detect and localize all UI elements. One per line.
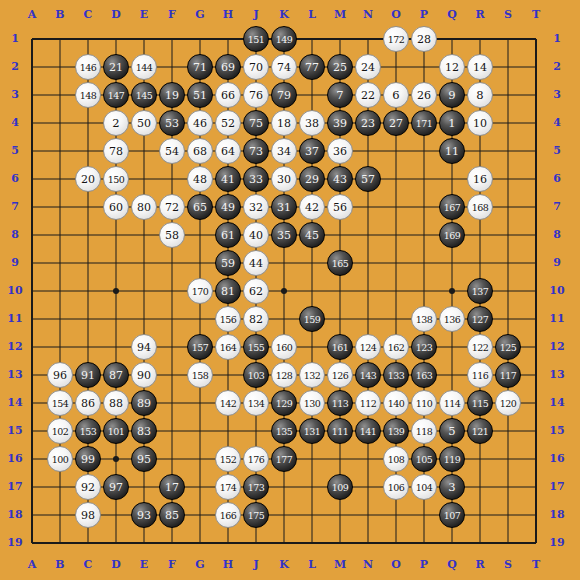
stone-H4-move-52: 52 (215, 110, 241, 136)
stone-C17-move-92: 92 (75, 474, 101, 500)
stone-M7-move-56: 56 (327, 194, 353, 220)
stone-F3-move-19: 19 (159, 82, 185, 108)
stone-K1-move-149: 149 (271, 26, 297, 52)
stone-N4-move-23: 23 (355, 110, 381, 136)
stone-J13-move-103: 103 (243, 362, 269, 388)
col-label-top-M: M (326, 8, 354, 22)
stone-P12-move-123: 123 (411, 334, 437, 360)
stone-N3-move-22: 22 (355, 82, 381, 108)
stone-H2-move-69: 69 (215, 54, 241, 80)
stone-H9-move-59: 59 (215, 250, 241, 276)
stone-J16-move-176: 176 (243, 446, 269, 472)
stone-E13-move-90: 90 (131, 362, 157, 388)
stone-J3-move-76: 76 (243, 82, 269, 108)
stone-F17-move-17: 17 (159, 474, 185, 500)
stone-P13-move-163: 163 (411, 362, 437, 388)
stone-E16-move-95: 95 (131, 446, 157, 472)
stone-D3-move-147: 147 (103, 82, 129, 108)
row-label-left-10: 10 (2, 284, 28, 298)
stone-O15-move-139: 139 (383, 418, 409, 444)
col-label-top-D: D (102, 8, 130, 22)
stone-N2-move-24: 24 (355, 54, 381, 80)
stone-E4-move-50: 50 (131, 110, 157, 136)
stone-J12-move-155: 155 (243, 334, 269, 360)
stone-O13-move-133: 133 (383, 362, 409, 388)
row-label-left-8: 8 (2, 228, 28, 242)
stone-L7-move-42: 42 (299, 194, 325, 220)
stone-J1-move-151: 151 (243, 26, 269, 52)
stone-N14-move-112: 112 (355, 390, 381, 416)
row-label-left-12: 12 (2, 340, 28, 354)
stone-N15-move-141: 141 (355, 418, 381, 444)
stone-O12-move-162: 162 (383, 334, 409, 360)
stone-Q8-move-169: 169 (439, 222, 465, 248)
stone-Q14-move-114: 114 (439, 390, 465, 416)
stone-O4-move-27: 27 (383, 110, 409, 136)
stone-B14-move-154: 154 (47, 390, 73, 416)
col-label-bottom-S: S (494, 558, 522, 572)
row-label-right-15: 15 (544, 424, 570, 438)
stone-R7-move-168: 168 (467, 194, 493, 220)
stone-R15-move-121: 121 (467, 418, 493, 444)
stone-L11-move-159: 159 (299, 306, 325, 332)
stone-J18-move-175: 175 (243, 502, 269, 528)
row-label-left-19: 19 (2, 536, 28, 550)
stone-J17-move-173: 173 (243, 474, 269, 500)
col-label-top-A: A (18, 8, 46, 22)
stone-H11-move-156: 156 (215, 306, 241, 332)
stone-P1-move-28: 28 (411, 26, 437, 52)
row-label-right-19: 19 (544, 536, 570, 550)
col-label-top-K: K (270, 8, 298, 22)
stone-R12-move-122: 122 (467, 334, 493, 360)
stone-Q18-move-107: 107 (439, 502, 465, 528)
stone-C14-move-86: 86 (75, 390, 101, 416)
col-label-bottom-E: E (130, 558, 158, 572)
stone-O3-move-6: 6 (383, 82, 409, 108)
stone-D17-move-97: 97 (103, 474, 129, 500)
stone-R10-move-137: 137 (467, 278, 493, 304)
stone-P11-move-138: 138 (411, 306, 437, 332)
stone-D13-move-87: 87 (103, 362, 129, 388)
stone-F5-move-54: 54 (159, 138, 185, 164)
col-label-bottom-O: O (382, 558, 410, 572)
col-label-top-S: S (494, 8, 522, 22)
col-label-bottom-R: R (466, 558, 494, 572)
stone-C13-move-91: 91 (75, 362, 101, 388)
stone-J5-move-73: 73 (243, 138, 269, 164)
stone-F4-move-53: 53 (159, 110, 185, 136)
stone-E18-move-93: 93 (131, 502, 157, 528)
stone-C16-move-99: 99 (75, 446, 101, 472)
stone-P15-move-118: 118 (411, 418, 437, 444)
stone-G2-move-71: 71 (187, 54, 213, 80)
stone-L13-move-132: 132 (299, 362, 325, 388)
stone-L6-move-29: 29 (299, 166, 325, 192)
stone-F7-move-72: 72 (159, 194, 185, 220)
stone-R14-move-115: 115 (467, 390, 493, 416)
stone-D14-move-88: 88 (103, 390, 129, 416)
col-label-bottom-P: P (410, 558, 438, 572)
col-label-top-B: B (46, 8, 74, 22)
stone-L14-move-130: 130 (299, 390, 325, 416)
col-label-top-R: R (466, 8, 494, 22)
col-label-bottom-F: F (158, 558, 186, 572)
row-label-right-16: 16 (544, 452, 570, 466)
row-label-right-4: 4 (544, 116, 570, 130)
row-label-right-12: 12 (544, 340, 570, 354)
row-label-left-1: 1 (2, 32, 28, 46)
stone-R3-move-8: 8 (467, 82, 493, 108)
stone-D5-move-78: 78 (103, 138, 129, 164)
stone-M15-move-111: 111 (327, 418, 353, 444)
stone-L4-move-38: 38 (299, 110, 325, 136)
go-board-diagram: ABCDEFGHJKLMNOPQRST ABCDEFGHJKLMNOPQRST … (0, 0, 580, 580)
stone-M2-move-25: 25 (327, 54, 353, 80)
row-label-right-1: 1 (544, 32, 570, 46)
stone-S14-move-120: 120 (495, 390, 521, 416)
stone-H8-move-61: 61 (215, 222, 241, 248)
row-label-left-16: 16 (2, 452, 28, 466)
stone-R11-move-127: 127 (467, 306, 493, 332)
row-label-right-8: 8 (544, 228, 570, 242)
col-label-bottom-M: M (326, 558, 354, 572)
stone-Q16-move-119: 119 (439, 446, 465, 472)
stone-K3-move-79: 79 (271, 82, 297, 108)
stone-M14-move-113: 113 (327, 390, 353, 416)
col-label-top-G: G (186, 8, 214, 22)
stone-O16-move-108: 108 (383, 446, 409, 472)
stone-K8-move-35: 35 (271, 222, 297, 248)
stone-D4-move-2: 2 (103, 110, 129, 136)
col-label-top-H: H (214, 8, 242, 22)
row-label-left-11: 11 (2, 312, 28, 326)
stone-E7-move-80: 80 (131, 194, 157, 220)
stone-K6-move-30: 30 (271, 166, 297, 192)
stone-M5-move-36: 36 (327, 138, 353, 164)
stone-K12-move-160: 160 (271, 334, 297, 360)
col-label-top-C: C (74, 8, 102, 22)
stone-H6-move-41: 41 (215, 166, 241, 192)
stone-O1-move-172: 172 (383, 26, 409, 52)
row-label-left-18: 18 (2, 508, 28, 522)
stone-J4-move-75: 75 (243, 110, 269, 136)
stone-G4-move-46: 46 (187, 110, 213, 136)
row-label-right-18: 18 (544, 508, 570, 522)
col-label-top-F: F (158, 8, 186, 22)
stone-Q3-move-9: 9 (439, 82, 465, 108)
stone-J11-move-82: 82 (243, 306, 269, 332)
col-label-top-J: J (242, 8, 270, 22)
stone-N6-move-57: 57 (355, 166, 381, 192)
stone-K15-move-135: 135 (271, 418, 297, 444)
stone-S12-move-125: 125 (495, 334, 521, 360)
stone-H16-move-152: 152 (215, 446, 241, 472)
stone-M6-move-43: 43 (327, 166, 353, 192)
col-label-top-O: O (382, 8, 410, 22)
row-label-left-6: 6 (2, 172, 28, 186)
stone-H7-move-49: 49 (215, 194, 241, 220)
stone-N13-move-143: 143 (355, 362, 381, 388)
stone-G12-move-157: 157 (187, 334, 213, 360)
stone-H5-move-64: 64 (215, 138, 241, 164)
col-label-top-N: N (354, 8, 382, 22)
stone-Q11-move-136: 136 (439, 306, 465, 332)
row-label-right-5: 5 (544, 144, 570, 158)
stone-L5-move-37: 37 (299, 138, 325, 164)
stone-E14-move-89: 89 (131, 390, 157, 416)
row-label-right-10: 10 (544, 284, 570, 298)
stone-P17-move-104: 104 (411, 474, 437, 500)
stone-M12-move-161: 161 (327, 334, 353, 360)
stone-M17-move-109: 109 (327, 474, 353, 500)
row-label-right-11: 11 (544, 312, 570, 326)
stone-C3-move-148: 148 (75, 82, 101, 108)
stone-G7-move-65: 65 (187, 194, 213, 220)
stone-C15-move-153: 153 (75, 418, 101, 444)
col-label-bottom-T: T (522, 558, 550, 572)
stone-Q15-move-5: 5 (439, 418, 465, 444)
stone-Q4-move-1: 1 (439, 110, 465, 136)
stone-L15-move-131: 131 (299, 418, 325, 444)
stone-D15-move-101: 101 (103, 418, 129, 444)
stone-J2-move-70: 70 (243, 54, 269, 80)
col-label-bottom-G: G (186, 558, 214, 572)
stone-Q7-move-167: 167 (439, 194, 465, 220)
row-label-left-2: 2 (2, 60, 28, 74)
col-label-bottom-L: L (298, 558, 326, 572)
stone-L2-move-77: 77 (299, 54, 325, 80)
row-label-left-9: 9 (2, 256, 28, 270)
col-label-bottom-J: J (242, 558, 270, 572)
col-label-bottom-Q: Q (438, 558, 466, 572)
col-label-top-Q: Q (438, 8, 466, 22)
stone-J14-move-134: 134 (243, 390, 269, 416)
stone-H18-move-166: 166 (215, 502, 241, 528)
col-label-top-E: E (130, 8, 158, 22)
col-label-bottom-N: N (354, 558, 382, 572)
stone-P4-move-171: 171 (411, 110, 437, 136)
row-label-left-4: 4 (2, 116, 28, 130)
stone-C2-move-146: 146 (75, 54, 101, 80)
col-label-bottom-C: C (74, 558, 102, 572)
stone-M4-move-39: 39 (327, 110, 353, 136)
stone-R2-move-14: 14 (467, 54, 493, 80)
stone-J7-move-32: 32 (243, 194, 269, 220)
stone-J9-move-44: 44 (243, 250, 269, 276)
stone-Q17-move-3: 3 (439, 474, 465, 500)
stone-H10-move-81: 81 (215, 278, 241, 304)
stone-R13-move-116: 116 (467, 362, 493, 388)
stone-D7-move-60: 60 (103, 194, 129, 220)
stone-Q2-move-12: 12 (439, 54, 465, 80)
stone-M13-move-126: 126 (327, 362, 353, 388)
stone-K4-move-18: 18 (271, 110, 297, 136)
stone-L8-move-45: 45 (299, 222, 325, 248)
row-label-right-6: 6 (544, 172, 570, 186)
stone-P16-move-105: 105 (411, 446, 437, 472)
stone-G5-move-68: 68 (187, 138, 213, 164)
stone-J10-move-62: 62 (243, 278, 269, 304)
stone-E12-move-94: 94 (131, 334, 157, 360)
stone-C6-move-20: 20 (75, 166, 101, 192)
stone-B16-move-100: 100 (47, 446, 73, 472)
row-label-left-17: 17 (2, 480, 28, 494)
stone-M3-move-7: 7 (327, 82, 353, 108)
row-label-right-13: 13 (544, 368, 570, 382)
stone-P3-move-26: 26 (411, 82, 437, 108)
stone-S13-move-117: 117 (495, 362, 521, 388)
row-label-left-3: 3 (2, 88, 28, 102)
col-label-bottom-A: A (18, 558, 46, 572)
stone-Q5-move-11: 11 (439, 138, 465, 164)
stone-G13-move-158: 158 (187, 362, 213, 388)
col-label-bottom-D: D (102, 558, 130, 572)
row-label-left-14: 14 (2, 396, 28, 410)
row-label-right-3: 3 (544, 88, 570, 102)
stone-B15-move-102: 102 (47, 418, 73, 444)
stone-E2-move-144: 144 (131, 54, 157, 80)
row-label-left-7: 7 (2, 200, 28, 214)
col-label-bottom-K: K (270, 558, 298, 572)
stone-F8-move-58: 58 (159, 222, 185, 248)
stone-K16-move-177: 177 (271, 446, 297, 472)
stone-H14-move-142: 142 (215, 390, 241, 416)
stone-O14-move-140: 140 (383, 390, 409, 416)
stone-H17-move-174: 174 (215, 474, 241, 500)
stone-O17-move-106: 106 (383, 474, 409, 500)
col-label-top-L: L (298, 8, 326, 22)
stone-E3-move-145: 145 (131, 82, 157, 108)
stone-R4-move-10: 10 (467, 110, 493, 136)
row-label-left-13: 13 (2, 368, 28, 382)
stone-R6-move-16: 16 (467, 166, 493, 192)
stone-D6-move-150: 150 (103, 166, 129, 192)
stone-B13-move-96: 96 (47, 362, 73, 388)
row-label-right-2: 2 (544, 60, 570, 74)
stone-G3-move-51: 51 (187, 82, 213, 108)
stone-C18-move-98: 98 (75, 502, 101, 528)
stone-K13-move-128: 128 (271, 362, 297, 388)
stone-G10-move-170: 170 (187, 278, 213, 304)
col-label-bottom-B: B (46, 558, 74, 572)
row-label-right-9: 9 (544, 256, 570, 270)
row-label-right-14: 14 (544, 396, 570, 410)
col-label-bottom-H: H (214, 558, 242, 572)
col-label-top-T: T (522, 8, 550, 22)
stone-H12-move-164: 164 (215, 334, 241, 360)
row-label-left-15: 15 (2, 424, 28, 438)
stone-M9-move-165: 165 (327, 250, 353, 276)
stone-H3-move-66: 66 (215, 82, 241, 108)
row-label-left-5: 5 (2, 144, 28, 158)
stone-F18-move-85: 85 (159, 502, 185, 528)
stone-D2-move-21: 21 (103, 54, 129, 80)
stone-N12-move-124: 124 (355, 334, 381, 360)
col-label-top-P: P (410, 8, 438, 22)
stone-K5-move-34: 34 (271, 138, 297, 164)
stone-G6-move-48: 48 (187, 166, 213, 192)
stone-J8-move-40: 40 (243, 222, 269, 248)
stone-J6-move-33: 33 (243, 166, 269, 192)
row-label-right-17: 17 (544, 480, 570, 494)
stone-K7-move-31: 31 (271, 194, 297, 220)
stone-K2-move-74: 74 (271, 54, 297, 80)
stone-E15-move-83: 83 (131, 418, 157, 444)
row-label-right-7: 7 (544, 200, 570, 214)
stone-K14-move-129: 129 (271, 390, 297, 416)
stone-P14-move-110: 110 (411, 390, 437, 416)
